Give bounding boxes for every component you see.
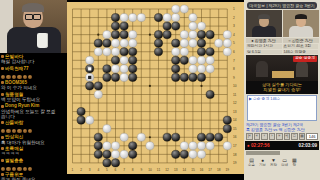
- white-stone: [103, 142, 111, 150]
- black-stone: [129, 56, 137, 64]
- coord-label-right: 11: [233, 93, 237, 97]
- white-stone: [129, 39, 137, 47]
- coord-label-right: 16: [233, 135, 237, 139]
- replay-nav-button[interactable]: ›: [269, 133, 276, 140]
- chat-message: 은빛바다해설 감사합니다: [1, 54, 56, 65]
- black-stone: [129, 48, 137, 56]
- tool-button-기보[interactable]: ●기보: [259, 157, 266, 167]
- player-black-name: ● 김명훈 九단: [246, 38, 282, 43]
- black-stone: [111, 159, 119, 167]
- subtitle-caption: 상대 실수를 기다리는치열한 끝내기 승부!: [246, 81, 318, 93]
- go-board-svg: 1234567891011121314151617181912345678910…: [67, 2, 244, 174]
- coord-label-bottom: 4: [97, 168, 99, 172]
- player-black-hair: [258, 14, 270, 19]
- black-stone: [223, 125, 231, 133]
- coord-label-right: 3: [233, 24, 235, 28]
- player-white-hair: [295, 14, 307, 19]
- chat-user-badge-icon: [1, 81, 4, 84]
- black-stone: [111, 56, 119, 64]
- black-stone: [94, 150, 102, 158]
- white-stone: [129, 13, 137, 21]
- player-white-cam[interactable]: [283, 10, 319, 37]
- white-stone: [120, 39, 128, 47]
- chat-message: 별빛총총: [1, 158, 56, 171]
- black-stone: [120, 22, 128, 30]
- black-stone: [197, 133, 205, 141]
- clap-emoji-row: [1, 125, 56, 133]
- black-stone: [129, 73, 137, 81]
- black-stone: [120, 48, 128, 56]
- black-stone: [197, 39, 205, 47]
- black-stone: [172, 65, 180, 73]
- black-stone: [120, 31, 128, 39]
- black-stone: [86, 82, 94, 90]
- paper-cup: [37, 33, 48, 48]
- match-info-cell: 146수 진행중: [283, 50, 319, 55]
- white-stone: [189, 39, 197, 47]
- white-stone: [111, 48, 119, 56]
- white-stone: [137, 13, 145, 21]
- glasses-icon: [33, 14, 41, 20]
- replay-nav-button[interactable]: ‹: [261, 133, 268, 140]
- coord-label-right: 18: [233, 153, 237, 157]
- white-stone: [86, 56, 94, 64]
- coord-label-right: 19: [233, 161, 237, 165]
- go-board[interactable]: 1234567891011121314151617181912345678910…: [67, 2, 244, 174]
- game-title-links[interactable]: 제29기 명인전 결승 3번기 제2국흑 김명훈 九단 vs 백 신민준 九단: [246, 122, 318, 132]
- tool-icon: ▭: [281, 157, 288, 163]
- white-stone: [120, 56, 128, 64]
- clap-emoji-row: [1, 163, 56, 171]
- coord-label-right: 2: [233, 16, 235, 20]
- black-stone: [129, 65, 137, 73]
- white-stone: [103, 31, 111, 39]
- replay-nav-button[interactable]: □: [291, 133, 298, 140]
- tool-button-인쇄[interactable]: ▭인쇄: [281, 157, 288, 167]
- black-clock: ● 02:27:56: [247, 143, 269, 148]
- glasses-icon: [25, 14, 33, 20]
- white-stone: [172, 13, 180, 21]
- chat-user-badge-icon: [1, 55, 4, 58]
- white-stone: [189, 65, 197, 73]
- move-count-box[interactable]: 146: [306, 133, 318, 140]
- tool-label: 저장: [270, 163, 277, 167]
- black-stone: [215, 133, 223, 141]
- black-stone: [172, 22, 180, 30]
- black-stone: [103, 39, 111, 47]
- white-stone: [189, 31, 197, 39]
- player-white-body: [289, 26, 313, 37]
- game-title-link[interactable]: 흑 김명훈 九단 vs 백 신민준 九단: [246, 127, 318, 132]
- black-stone: [154, 31, 162, 39]
- live-banner: 결승 생중계: [293, 56, 317, 62]
- chat-user-badge-icon: [1, 93, 4, 96]
- coord-label-bottom: 12: [165, 168, 169, 172]
- black-stone: [163, 31, 171, 39]
- coord-label-bottom: 16: [200, 168, 204, 172]
- coord-label-right: 10: [233, 84, 237, 88]
- black-stone: [111, 13, 119, 21]
- white-stone: [223, 39, 231, 47]
- replay-nav-button[interactable]: »|: [284, 133, 291, 140]
- venue-board-table: [272, 71, 294, 78]
- black-stone: [103, 65, 111, 73]
- white-stone: [120, 150, 128, 158]
- white-stone: [120, 65, 128, 73]
- white-stone: [189, 13, 197, 21]
- black-stone: [206, 48, 214, 56]
- black-stone: [154, 13, 162, 21]
- chat-list[interactable]: 은빛바다해설 감사합니다바둑천재77BOOM365와 이 수가 되네요청풍명월백…: [0, 53, 67, 180]
- streamer-hair: [22, 3, 44, 12]
- coord-label-bottom: 17: [208, 168, 212, 172]
- match-info-cell: 제한시간 1시간: [246, 44, 282, 49]
- white-stone: [94, 48, 102, 56]
- player-black-body: [252, 26, 276, 37]
- white-stone: [197, 142, 205, 150]
- white-stone: [215, 39, 223, 47]
- chat-user-badge-icon: [1, 67, 4, 70]
- chat-message: 산들바람: [1, 120, 56, 133]
- black-stone: [77, 116, 85, 124]
- chat-message: 초록매실ㅋㅋㅋㅋ: [1, 146, 56, 157]
- chat-message: 바둑천재77: [1, 66, 56, 79]
- chat-user-badge-icon: [1, 147, 4, 150]
- coord-label-right: 17: [233, 144, 237, 148]
- white-stone: [180, 142, 188, 150]
- streamer-webcam: [0, 0, 67, 53]
- chat-user-badge-icon: [1, 136, 4, 139]
- black-stone: [206, 31, 214, 39]
- black-stone: [172, 56, 180, 64]
- match-info-cell: 초읽기 40초 3회: [283, 44, 319, 49]
- streamer-body: [7, 27, 61, 53]
- venue-player-right: [296, 61, 308, 77]
- black-stone: [163, 22, 171, 30]
- coord-label-bottom: 6: [115, 168, 117, 172]
- replay-nav-button[interactable]: ▤: [299, 133, 306, 140]
- black-stone: [103, 159, 111, 167]
- white-stone: [111, 150, 119, 158]
- match-info-cell: 덤 6.5집: [246, 50, 282, 55]
- coord-label-bottom: 7: [123, 168, 125, 172]
- white-stone: [197, 22, 205, 30]
- chat-message: BOOM365와 이 수가 되네요: [1, 80, 56, 91]
- last-move-marker: [88, 76, 91, 79]
- player-cams: [244, 10, 320, 37]
- white-stone: [197, 56, 205, 64]
- black-stone: [154, 39, 162, 47]
- venue-player-left: [256, 61, 268, 77]
- chat-user-badge-icon: [1, 105, 4, 108]
- white-stone: [223, 31, 231, 39]
- white-stone: [120, 133, 128, 141]
- player-name-chips: ● 김명훈 九단 ○ 신민준 九단: [244, 38, 320, 43]
- subtitle-line: 치열한 끝내기 승부!: [246, 87, 318, 92]
- coord-label-bottom: 11: [157, 168, 161, 172]
- player-black-cam[interactable]: [246, 10, 282, 37]
- black-stone: [172, 133, 180, 141]
- black-stone: [206, 133, 214, 141]
- white-stone: [197, 150, 205, 158]
- white-stone: [120, 73, 128, 81]
- white-stone: [172, 5, 180, 13]
- match-info-grid: 제한시간 1시간초읽기 40초 3회덤 6.5집146수 진행중: [246, 44, 318, 54]
- black-stone: [223, 116, 231, 124]
- black-stone: [111, 22, 119, 30]
- black-stone: [94, 142, 102, 150]
- black-stone: [94, 39, 102, 47]
- coord-label-right: 9: [233, 76, 235, 80]
- black-stone: [172, 39, 180, 47]
- white-stone: [146, 142, 154, 150]
- replay-nav-button[interactable]: »: [276, 133, 283, 140]
- white-stone: [206, 56, 214, 64]
- white-stone: [223, 48, 231, 56]
- black-stone: [197, 48, 205, 56]
- replay-nav-button[interactable]: «: [254, 133, 261, 140]
- coord-label-bottom: 15: [191, 168, 195, 172]
- white-stone: [206, 142, 214, 150]
- black-stone: [180, 56, 188, 64]
- white-stone: [86, 116, 94, 124]
- tool-icon: ▦: [292, 157, 297, 163]
- coord-label-bottom: 8: [132, 168, 134, 172]
- coord-label-right: 12: [233, 101, 237, 105]
- white-stone: [189, 22, 197, 30]
- chat-message: 반상의신흑 대마가 위험한데요: [1, 134, 56, 145]
- black-stone: [154, 48, 162, 56]
- progress-bar[interactable]: [246, 151, 280, 155]
- game-info-panel: 대국정보 | 제29기 명인전 결승 3번기 ● 김명훈 九단 ○ 신민준 九단…: [244, 0, 320, 180]
- coord-label-right: 7: [233, 59, 235, 63]
- white-stone: [111, 142, 119, 150]
- coord-label-bottom: 9: [140, 168, 142, 172]
- coord-label-bottom: 2: [80, 168, 82, 172]
- coord-label-bottom: 19: [226, 168, 230, 172]
- chat-message: 구름위로중계 화질 좋네요: [1, 172, 56, 180]
- chat-user-badge-icon: [1, 121, 4, 124]
- coord-label-bottom: 10: [148, 168, 152, 172]
- coord-label-right: 6: [233, 50, 235, 54]
- white-stone: [223, 142, 231, 150]
- chat-message: 청풍명월백 모양이 두텁네요: [1, 92, 56, 103]
- black-stone: [172, 150, 180, 158]
- player-white-name: ○ 신민준 九단: [283, 38, 319, 43]
- coord-label-right: 8: [233, 67, 235, 71]
- replay-toolbar: |««‹›»»|□▤146: [246, 133, 318, 140]
- venue-video[interactable]: 결승 생중계: [246, 55, 318, 81]
- black-stone: [197, 31, 205, 39]
- white-clock: 02:03:09: [299, 143, 317, 148]
- white-stone: [206, 65, 214, 73]
- white-stone: [120, 13, 128, 21]
- tool-icon: ▤: [248, 157, 255, 163]
- black-stone: [180, 73, 188, 81]
- move-list-box[interactable]: ▶ 수순 중계 146수: [247, 95, 317, 121]
- tool-button-창[interactable]: ▦창: [292, 157, 297, 167]
- coord-label-bottom: 13: [174, 168, 178, 172]
- white-stone: [137, 133, 145, 141]
- white-stone: [103, 125, 111, 133]
- chat-message: Dong Ryun Kim안녕하세요 오늘도 잘 보겠습니다: [1, 103, 56, 119]
- coord-label-bottom: 18: [217, 168, 221, 172]
- black-stone: [129, 142, 137, 150]
- black-stone: [189, 73, 197, 81]
- tool-label: 창: [292, 163, 297, 167]
- clap-emoji-row: [1, 71, 56, 79]
- game-info-header: 대국정보 | 제29기 명인전 결승 3번기: [247, 2, 317, 9]
- bottom-toolbar: ▤수순●기보▼저장▭인쇄▦창: [248, 157, 320, 167]
- coord-label-right: 14: [233, 118, 237, 122]
- tool-button-수순[interactable]: ▤수순: [248, 157, 255, 167]
- black-stone: [197, 73, 205, 81]
- white-stone: [94, 90, 102, 98]
- black-stone: [103, 150, 111, 158]
- white-stone: [111, 65, 119, 73]
- coord-label-bottom: 14: [183, 168, 187, 172]
- white-stone: [129, 31, 137, 39]
- black-stone: [111, 73, 119, 81]
- chat-user-badge-icon: [1, 173, 4, 176]
- black-stone: [206, 90, 214, 98]
- white-stone: [163, 13, 171, 21]
- white-stone: [180, 39, 188, 47]
- coord-label-right: 15: [233, 127, 237, 131]
- black-stone: [129, 150, 137, 158]
- tool-button-저장[interactable]: ▼저장: [270, 157, 277, 167]
- white-stone: [180, 48, 188, 56]
- coord-label-right: 4: [233, 33, 235, 37]
- white-stone: [197, 65, 205, 73]
- tool-label: 수순: [248, 163, 255, 167]
- coord-label-bottom: 1: [72, 168, 74, 172]
- coord-label-right: 1: [233, 7, 235, 11]
- coord-label-bottom: 3: [89, 168, 91, 172]
- white-stone: [189, 150, 197, 158]
- chat-user-badge-icon: [1, 159, 4, 162]
- white-stone: [103, 48, 111, 56]
- white-stone: [180, 5, 188, 13]
- coord-label-right: 5: [233, 41, 235, 45]
- black-stone: [94, 82, 102, 90]
- black-stone: [94, 133, 102, 141]
- replay-nav-button[interactable]: |«: [246, 133, 253, 140]
- black-stone: [172, 73, 180, 81]
- white-stone: [189, 142, 197, 150]
- white-stone: [189, 56, 197, 64]
- black-stone: [77, 108, 85, 116]
- black-stone: [103, 73, 111, 81]
- last-move-marker: [88, 67, 91, 70]
- white-stone: [180, 31, 188, 39]
- tool-icon: ▼: [270, 157, 277, 163]
- clock-bar: ● 02:27:56 02:03:09: [245, 141, 319, 150]
- black-stone: [180, 150, 188, 158]
- coord-label-right: 13: [233, 110, 237, 114]
- black-stone: [111, 31, 119, 39]
- tool-label: 인쇄: [281, 163, 288, 167]
- white-stone: [172, 48, 180, 56]
- tool-label: 기보: [259, 163, 266, 167]
- coord-label-bottom: 5: [106, 168, 108, 172]
- white-stone: [111, 39, 119, 47]
- black-stone: [163, 133, 171, 141]
